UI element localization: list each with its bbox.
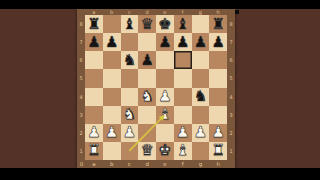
square-b5[interactable] bbox=[103, 69, 121, 87]
square-d2[interactable] bbox=[138, 124, 156, 142]
square-c6[interactable]: ♞ bbox=[121, 51, 139, 69]
piece-white-queen[interactable]: ♛ bbox=[140, 143, 153, 158]
square-d3[interactable] bbox=[138, 106, 156, 124]
square-h6[interactable] bbox=[209, 51, 227, 69]
square-g8[interactable] bbox=[192, 15, 210, 33]
square-a6[interactable] bbox=[85, 51, 103, 69]
piece-black-knight[interactable]: ♞ bbox=[194, 89, 207, 104]
coordinate-label: 7 bbox=[227, 33, 235, 51]
square-c8[interactable]: ♝ bbox=[121, 15, 139, 33]
coordinate-label: h bbox=[209, 160, 227, 168]
square-e6[interactable] bbox=[156, 51, 174, 69]
piece-white-pawn[interactable]: ♟ bbox=[105, 125, 118, 140]
piece-white-knight[interactable]: ♞ bbox=[123, 107, 136, 122]
piece-black-rook[interactable]: ♜ bbox=[87, 16, 100, 31]
square-d6[interactable]: ♟ bbox=[138, 51, 156, 69]
square-c1[interactable] bbox=[121, 142, 139, 160]
piece-white-pawn[interactable]: ♟ bbox=[87, 125, 100, 140]
coordinate-label: 2 bbox=[227, 124, 235, 142]
square-b3[interactable] bbox=[103, 106, 121, 124]
square-d5[interactable] bbox=[138, 69, 156, 87]
rank-labels-left: 87654321 bbox=[77, 15, 85, 160]
coordinate-label: e bbox=[156, 160, 174, 168]
square-d7[interactable] bbox=[138, 33, 156, 51]
square-b4[interactable] bbox=[103, 88, 121, 106]
square-a2[interactable]: ♟ bbox=[85, 124, 103, 142]
piece-black-bishop[interactable]: ♝ bbox=[176, 16, 189, 31]
coordinate-label: 7 bbox=[77, 33, 85, 51]
coordinate-label: 1 bbox=[77, 142, 85, 160]
coordinate-label: 3 bbox=[227, 106, 235, 124]
coordinate-label: 8 bbox=[77, 15, 85, 33]
file-labels-bottom: abcdefgh bbox=[85, 160, 227, 168]
square-g2[interactable]: ♟ bbox=[192, 124, 210, 142]
square-d4[interactable]: ♞ bbox=[138, 88, 156, 106]
piece-white-knight[interactable]: ♞ bbox=[140, 89, 153, 104]
square-f4[interactable] bbox=[174, 88, 192, 106]
square-h4[interactable] bbox=[209, 88, 227, 106]
square-e3[interactable]: ♝ bbox=[156, 106, 174, 124]
piece-white-bishop[interactable]: ♝ bbox=[176, 143, 189, 158]
square-c7[interactable] bbox=[121, 33, 139, 51]
square-h5[interactable] bbox=[209, 69, 227, 87]
square-h2[interactable]: ♟ bbox=[209, 124, 227, 142]
square-g4[interactable]: ♞ bbox=[192, 88, 210, 106]
piece-white-pawn[interactable]: ♟ bbox=[211, 125, 224, 140]
chess-board: abcdefgh abcdefgh 87654321 87654321 0 ♜♝… bbox=[77, 9, 235, 168]
square-g6[interactable] bbox=[192, 51, 210, 69]
square-c5[interactable] bbox=[121, 69, 139, 87]
square-d8[interactable]: ♛ bbox=[138, 15, 156, 33]
piece-black-bishop[interactable]: ♝ bbox=[123, 16, 136, 31]
piece-white-pawn[interactable]: ♟ bbox=[158, 89, 171, 104]
coordinate-label: b bbox=[103, 160, 121, 168]
corner-mark: 0 bbox=[78, 160, 85, 168]
square-e8[interactable]: ♚ bbox=[156, 15, 174, 33]
coordinate-label: 3 bbox=[77, 106, 85, 124]
piece-black-pawn[interactable]: ♟ bbox=[158, 34, 171, 49]
square-e2[interactable] bbox=[156, 124, 174, 142]
coordinate-label: 5 bbox=[227, 69, 235, 87]
square-a8[interactable]: ♜ bbox=[85, 15, 103, 33]
square-b7[interactable]: ♟ bbox=[103, 33, 121, 51]
square-f5[interactable] bbox=[174, 69, 192, 87]
piece-white-bishop[interactable]: ♝ bbox=[158, 107, 171, 122]
square-g5[interactable] bbox=[192, 69, 210, 87]
piece-black-pawn[interactable]: ♟ bbox=[194, 34, 207, 49]
board-grid: ♜♝♛♚♝♜♟♟♟♟♟♟♞♟♞♟♞♞♝♟♟♟♟♟♟♜♛♚♝♜ bbox=[85, 15, 227, 160]
coordinate-label: 6 bbox=[77, 51, 85, 69]
square-c3[interactable]: ♞ bbox=[121, 106, 139, 124]
piece-black-pawn[interactable]: ♟ bbox=[140, 52, 153, 67]
piece-black-knight[interactable]: ♞ bbox=[123, 52, 136, 67]
square-b6[interactable] bbox=[103, 51, 121, 69]
square-g1[interactable] bbox=[192, 142, 210, 160]
square-a5[interactable] bbox=[85, 69, 103, 87]
piece-black-rook[interactable]: ♜ bbox=[211, 16, 224, 31]
piece-white-king[interactable]: ♚ bbox=[158, 143, 171, 158]
square-b8[interactable] bbox=[103, 15, 121, 33]
coordinate-label: a bbox=[85, 160, 103, 168]
coordinate-label: 4 bbox=[227, 88, 235, 106]
piece-black-king[interactable]: ♚ bbox=[158, 16, 171, 31]
square-h3[interactable] bbox=[209, 106, 227, 124]
square-h7[interactable]: ♟ bbox=[209, 33, 227, 51]
square-f8[interactable]: ♝ bbox=[174, 15, 192, 33]
video-frame: abcdefgh abcdefgh 87654321 87654321 0 ♜♝… bbox=[0, 0, 320, 180]
coordinate-label: d bbox=[138, 160, 156, 168]
square-c4[interactable] bbox=[121, 88, 139, 106]
square-g7[interactable]: ♟ bbox=[192, 33, 210, 51]
square-c2[interactable]: ♟ bbox=[121, 124, 139, 142]
piece-black-queen[interactable]: ♛ bbox=[140, 16, 153, 31]
coordinate-label: 5 bbox=[77, 69, 85, 87]
piece-white-pawn[interactable]: ♟ bbox=[176, 125, 189, 140]
piece-black-pawn[interactable]: ♟ bbox=[105, 34, 118, 49]
coordinate-label: 6 bbox=[227, 51, 235, 69]
square-f1[interactable]: ♝ bbox=[174, 142, 192, 160]
piece-white-pawn[interactable]: ♟ bbox=[123, 125, 136, 140]
square-h1[interactable]: ♜ bbox=[209, 142, 227, 160]
piece-white-rook[interactable]: ♜ bbox=[211, 143, 224, 158]
coordinate-label: 4 bbox=[77, 88, 85, 106]
square-a3[interactable] bbox=[85, 106, 103, 124]
square-g3[interactable] bbox=[192, 106, 210, 124]
square-b1[interactable] bbox=[103, 142, 121, 160]
square-a7[interactable]: ♟ bbox=[85, 33, 103, 51]
square-b2[interactable]: ♟ bbox=[103, 124, 121, 142]
piece-white-pawn[interactable]: ♟ bbox=[194, 125, 207, 140]
square-f2[interactable]: ♟ bbox=[174, 124, 192, 142]
coordinate-label: f bbox=[174, 160, 192, 168]
piece-black-pawn[interactable]: ♟ bbox=[87, 34, 100, 49]
piece-white-rook[interactable]: ♜ bbox=[87, 143, 100, 158]
square-f6[interactable] bbox=[174, 51, 192, 69]
coordinate-label: 1 bbox=[227, 142, 235, 160]
coordinate-label: 2 bbox=[77, 124, 85, 142]
square-e4[interactable]: ♟ bbox=[156, 88, 174, 106]
square-f3[interactable] bbox=[174, 106, 192, 124]
square-e5[interactable] bbox=[156, 69, 174, 87]
coordinate-label: g bbox=[192, 160, 210, 168]
square-h8[interactable]: ♜ bbox=[209, 15, 227, 33]
square-e1[interactable]: ♚ bbox=[156, 142, 174, 160]
piece-black-pawn[interactable]: ♟ bbox=[211, 34, 224, 49]
coordinate-label: 8 bbox=[227, 15, 235, 33]
square-f7[interactable]: ♟ bbox=[174, 33, 192, 51]
square-a1[interactable]: ♜ bbox=[85, 142, 103, 160]
square-a4[interactable] bbox=[85, 88, 103, 106]
square-e7[interactable]: ♟ bbox=[156, 33, 174, 51]
rank-labels-right: 87654321 bbox=[227, 15, 235, 160]
piece-black-pawn[interactable]: ♟ bbox=[176, 34, 189, 49]
turn-indicator-dot bbox=[235, 10, 239, 14]
square-d1[interactable]: ♛ bbox=[138, 142, 156, 160]
coordinate-label: c bbox=[121, 160, 139, 168]
